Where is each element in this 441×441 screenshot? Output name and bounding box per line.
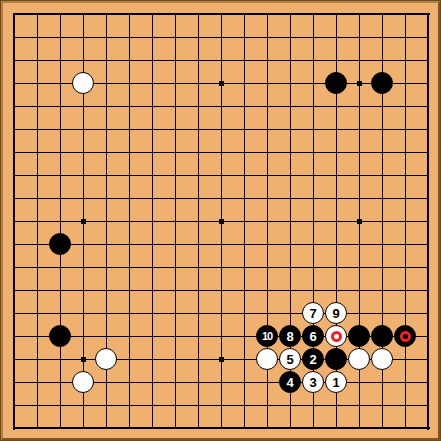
grid-line-horizontal — [14, 313, 429, 314]
star-point — [81, 219, 86, 224]
white-stone-5: 5 — [279, 348, 301, 370]
star-point — [357, 81, 362, 86]
grid-line-vertical — [405, 14, 406, 429]
white-stone — [371, 348, 393, 370]
white-stone — [72, 371, 94, 393]
white-stone — [348, 348, 370, 370]
red-circle-mark — [400, 331, 411, 342]
red-circle-mark — [331, 331, 342, 342]
white-stone — [256, 348, 278, 370]
black-stone-4: 4 — [279, 371, 301, 393]
black-stone — [49, 325, 71, 347]
black-stone — [371, 325, 393, 347]
black-stone — [49, 233, 71, 255]
black-stone — [325, 72, 347, 94]
grid-line-horizontal — [14, 405, 429, 406]
white-stone-7: 7 — [302, 302, 324, 324]
grid-line-horizontal — [13, 427, 430, 429]
grid-line-vertical — [244, 14, 245, 429]
black-stone — [371, 72, 393, 94]
star-point — [81, 357, 86, 362]
white-stone-1: 1 — [325, 371, 347, 393]
white-stone — [72, 72, 94, 94]
star-point — [357, 219, 362, 224]
white-stone-3: 3 — [302, 371, 324, 393]
black-stone-10: 10 — [256, 325, 278, 347]
star-point — [219, 81, 224, 86]
go-board-diagram: 79108652431 — [0, 0, 441, 441]
black-stone — [348, 325, 370, 347]
black-stone-6: 6 — [302, 325, 324, 347]
grid-line-horizontal — [14, 290, 429, 291]
white-stone-marked — [325, 325, 347, 347]
black-stone — [325, 348, 347, 370]
white-stone — [95, 348, 117, 370]
black-stone-8: 8 — [279, 325, 301, 347]
white-stone-9: 9 — [325, 302, 347, 324]
star-point — [219, 357, 224, 362]
black-stone-2: 2 — [302, 348, 324, 370]
star-point — [219, 219, 224, 224]
black-stone-marked — [394, 325, 416, 347]
grid-line-horizontal — [14, 244, 429, 245]
grid-line-vertical — [427, 13, 429, 430]
grid-line-horizontal — [14, 267, 429, 268]
